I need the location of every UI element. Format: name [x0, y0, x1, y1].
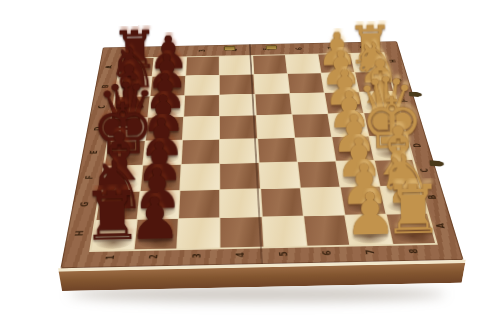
square-5h — [262, 216, 306, 246]
chess-set-product-photo: 12345678 12345678 HGFEDCBA ABCDEFGH ♜♟♟♜… — [0, 0, 500, 333]
perspective-stage: 12345678 12345678 HGFEDCBA ABCDEFGH ♜♟♟♜… — [0, 0, 500, 333]
square-6e — [295, 137, 335, 161]
square-4d — [220, 116, 256, 139]
square-5b — [254, 74, 289, 94]
coord-label: 2 — [159, 42, 180, 60]
square-5f — [259, 162, 299, 188]
square-3h — [178, 218, 220, 248]
square-3f — [181, 164, 220, 190]
square-3d — [183, 117, 219, 140]
board-top-surface: 12345678 12345678 HGFEDCBA ABCDEFGH ♜♟♟♜… — [60, 41, 463, 268]
square-4g — [221, 189, 261, 217]
square-4h — [221, 217, 263, 247]
playing-grid: ♜♟♟♜♞♟♟♞♝♟♟♝♛♟♟♛♚♟♟♚♝♟♟♝♞♟♟♞♜♟♟♜ — [89, 52, 438, 252]
square-6b — [288, 73, 324, 93]
square-6h — [304, 215, 349, 245]
square-6f — [298, 161, 340, 187]
square-6g — [300, 187, 343, 215]
square-3e — [182, 139, 219, 163]
square-4f — [220, 163, 259, 189]
square-4e — [220, 139, 258, 163]
square-6d — [292, 114, 331, 137]
square-3g — [179, 190, 219, 218]
square-5g — [261, 188, 303, 216]
piece-light-pawn: ♟ — [344, 187, 397, 243]
square-2h: ♟ — [135, 219, 178, 249]
square-7h: ♟ — [345, 215, 392, 245]
coord-label: A — [91, 61, 126, 73]
square-4b — [220, 75, 254, 95]
coord-label: 3 — [192, 42, 212, 60]
chess-board: 12345678 12345678 HGFEDCBA ABCDEFGH ♜♟♟♜… — [60, 41, 463, 268]
square-3b — [185, 75, 219, 95]
coord-label: 6 — [288, 40, 310, 58]
square-5d — [256, 115, 293, 138]
coord-label: H — [375, 55, 411, 67]
coord-label: 4 — [224, 41, 244, 59]
piece-dark-pawn: ♟ — [129, 192, 182, 248]
square-5e — [258, 138, 297, 162]
coord-label: 1 — [126, 43, 148, 61]
square-5c — [255, 94, 291, 115]
square-3c — [184, 95, 219, 116]
coord-label: 7 — [320, 39, 343, 57]
coord-label: 5 — [256, 40, 277, 58]
square-6c — [290, 93, 327, 114]
square-4c — [220, 95, 255, 116]
